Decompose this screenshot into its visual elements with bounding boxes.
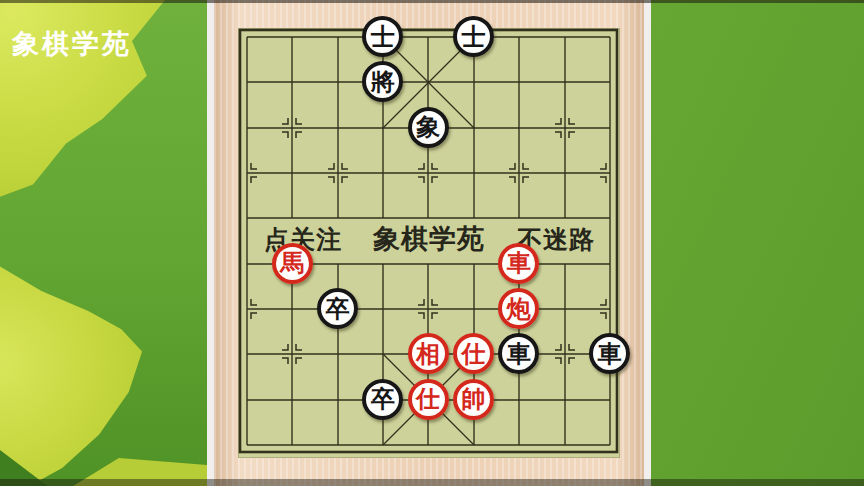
leaf-decoration [0, 262, 148, 486]
piece-black-advisor[interactable]: 士 [362, 16, 403, 57]
video-frame: 象棋学苑 点关注 象棋学苑 不迷路 士士將象馬車卒炮相仕車車卒仕帥 [0, 0, 864, 486]
piece-red-cannon[interactable]: 炮 [498, 288, 539, 329]
piece-red-advisor[interactable]: 仕 [453, 333, 494, 374]
pieces-layer: 士士將象馬車卒炮相仕車車卒仕帥 [224, 14, 632, 467]
piece-red-king[interactable]: 帥 [453, 379, 494, 420]
piece-red-horse[interactable]: 馬 [272, 243, 313, 284]
piece-red-chariot[interactable]: 車 [498, 243, 539, 284]
piece-black-soldier[interactable]: 卒 [317, 288, 358, 329]
piece-black-general[interactable]: 將 [362, 61, 403, 102]
piece-black-elephant[interactable]: 象 [408, 107, 449, 148]
piece-red-elephant[interactable]: 相 [408, 333, 449, 374]
board-panel: 点关注 象棋学苑 不迷路 士士將象馬車卒炮相仕車車卒仕帥 [207, 0, 651, 486]
piece-red-advisor[interactable]: 仕 [408, 379, 449, 420]
channel-watermark: 象棋学苑 [12, 26, 132, 62]
piece-black-advisor[interactable]: 士 [453, 16, 494, 57]
video-edge [0, 0, 864, 3]
video-edge [0, 479, 864, 486]
xiangqi-board: 点关注 象棋学苑 不迷路 士士將象馬車卒炮相仕車車卒仕帥 [238, 28, 620, 458]
piece-black-chariot[interactable]: 車 [589, 333, 630, 374]
leaf-background [0, 0, 207, 486]
piece-black-chariot[interactable]: 車 [498, 333, 539, 374]
wood-frame: 点关注 象棋学苑 不迷路 士士將象馬車卒炮相仕車車卒仕帥 [214, 0, 644, 486]
piece-black-soldier[interactable]: 卒 [362, 379, 403, 420]
